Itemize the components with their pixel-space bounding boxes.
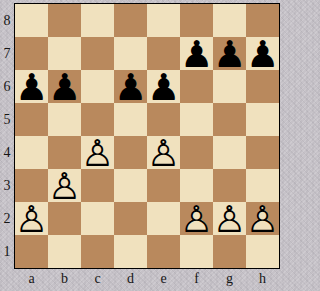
square-f6[interactable] — [180, 70, 213, 103]
white-pawn-glyph: ♙ — [48, 170, 81, 203]
square-c8[interactable] — [81, 4, 114, 37]
square-f1[interactable] — [180, 235, 213, 268]
black-pawn-glyph: ♟ — [213, 38, 246, 71]
square-g4[interactable] — [213, 136, 246, 169]
file-label-d: d — [114, 268, 147, 289]
square-f5[interactable] — [180, 103, 213, 136]
rank-label-8: 8 — [0, 4, 14, 37]
square-c6[interactable] — [81, 70, 114, 103]
square-b8[interactable] — [48, 4, 81, 37]
square-a4[interactable] — [15, 136, 48, 169]
square-c3[interactable] — [81, 169, 114, 202]
white-pawn-glyph: ♙ — [147, 137, 180, 170]
square-h4[interactable] — [246, 136, 279, 169]
square-d4[interactable] — [114, 136, 147, 169]
square-d6[interactable]: ♟ — [114, 70, 147, 103]
rank-label-5: 5 — [0, 103, 14, 136]
square-d1[interactable] — [114, 235, 147, 268]
square-b1[interactable] — [48, 235, 81, 268]
square-b3[interactable]: ♟♙ — [48, 169, 81, 202]
black-pawn-glyph: ♟ — [15, 71, 48, 104]
rank-label-2: 2 — [0, 202, 14, 235]
file-label-h: h — [246, 268, 279, 289]
piece-white-pawn[interactable]: ♟♙ — [147, 137, 180, 170]
piece-white-pawn[interactable]: ♟♙ — [48, 170, 81, 203]
square-e6[interactable]: ♟ — [147, 70, 180, 103]
square-f4[interactable] — [180, 136, 213, 169]
chess-diagram: 87654321 ♟♟♟♟♟♟♟♟♙♟♙♟♙♟♙♟♙♟♙♟♙ abcdefgh — [0, 0, 286, 291]
square-d8[interactable] — [114, 4, 147, 37]
piece-white-pawn[interactable]: ♟♙ — [246, 203, 279, 236]
white-pawn-glyph: ♙ — [180, 203, 213, 236]
piece-white-pawn[interactable]: ♟♙ — [81, 137, 114, 170]
square-g2[interactable]: ♟♙ — [213, 202, 246, 235]
square-e1[interactable] — [147, 235, 180, 268]
square-h6[interactable] — [246, 70, 279, 103]
square-g7[interactable]: ♟ — [213, 37, 246, 70]
square-f2[interactable]: ♟♙ — [180, 202, 213, 235]
piece-white-pawn[interactable]: ♟♙ — [15, 203, 48, 236]
square-h1[interactable] — [246, 235, 279, 268]
file-label-g: g — [213, 268, 246, 289]
white-pawn-glyph: ♙ — [246, 203, 279, 236]
square-a5[interactable] — [15, 103, 48, 136]
square-b2[interactable] — [48, 202, 81, 235]
white-pawn-glyph: ♙ — [15, 203, 48, 236]
square-g5[interactable] — [213, 103, 246, 136]
square-a8[interactable] — [15, 4, 48, 37]
black-pawn-glyph: ♟ — [48, 71, 81, 104]
white-pawn-glyph: ♙ — [81, 137, 114, 170]
piece-black-pawn[interactable]: ♟ — [15, 71, 48, 104]
square-e4[interactable]: ♟♙ — [147, 136, 180, 169]
piece-black-pawn[interactable]: ♟ — [246, 38, 279, 71]
rank-labels: 87654321 — [0, 4, 14, 268]
piece-black-pawn[interactable]: ♟ — [114, 71, 147, 104]
square-f7[interactable]: ♟ — [180, 37, 213, 70]
file-label-b: b — [48, 268, 81, 289]
piece-white-pawn[interactable]: ♟♙ — [213, 203, 246, 236]
chess-board: ♟♟♟♟♟♟♟♟♙♟♙♟♙♟♙♟♙♟♙♟♙ — [14, 3, 280, 269]
black-pawn-glyph: ♟ — [114, 71, 147, 104]
piece-black-pawn[interactable]: ♟ — [147, 71, 180, 104]
square-g1[interactable] — [213, 235, 246, 268]
square-e8[interactable] — [147, 4, 180, 37]
square-b5[interactable] — [48, 103, 81, 136]
piece-black-pawn[interactable]: ♟ — [213, 38, 246, 71]
file-label-a: a — [15, 268, 48, 289]
piece-black-pawn[interactable]: ♟ — [48, 71, 81, 104]
square-c4[interactable]: ♟♙ — [81, 136, 114, 169]
square-c1[interactable] — [81, 235, 114, 268]
white-pawn-glyph: ♙ — [213, 203, 246, 236]
rank-label-7: 7 — [0, 37, 14, 70]
square-c2[interactable] — [81, 202, 114, 235]
file-label-f: f — [180, 268, 213, 289]
square-b6[interactable]: ♟ — [48, 70, 81, 103]
square-h2[interactable]: ♟♙ — [246, 202, 279, 235]
square-h5[interactable] — [246, 103, 279, 136]
square-d2[interactable] — [114, 202, 147, 235]
rank-label-6: 6 — [0, 70, 14, 103]
square-e2[interactable] — [147, 202, 180, 235]
rank-label-4: 4 — [0, 136, 14, 169]
black-pawn-glyph: ♟ — [147, 71, 180, 104]
square-g6[interactable] — [213, 70, 246, 103]
file-labels: abcdefgh — [15, 268, 279, 289]
square-d3[interactable] — [114, 169, 147, 202]
piece-black-pawn[interactable]: ♟ — [180, 38, 213, 71]
piece-white-pawn[interactable]: ♟♙ — [180, 203, 213, 236]
file-label-c: c — [81, 268, 114, 289]
rank-label-3: 3 — [0, 169, 14, 202]
square-a6[interactable]: ♟ — [15, 70, 48, 103]
square-h7[interactable]: ♟ — [246, 37, 279, 70]
black-pawn-glyph: ♟ — [180, 38, 213, 71]
black-pawn-glyph: ♟ — [246, 38, 279, 71]
square-a2[interactable]: ♟♙ — [15, 202, 48, 235]
square-e3[interactable] — [147, 169, 180, 202]
rank-label-1: 1 — [0, 235, 14, 268]
square-c7[interactable] — [81, 37, 114, 70]
square-a1[interactable] — [15, 235, 48, 268]
file-label-e: e — [147, 268, 180, 289]
square-d5[interactable] — [114, 103, 147, 136]
